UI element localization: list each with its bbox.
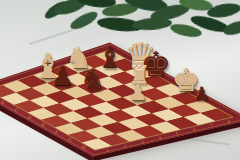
- piece-white-pawn-e6: ♟: [128, 82, 147, 104]
- piece-black-pawn-b4: ♟: [51, 64, 75, 90]
- piece-black-knight-c5: ♞: [80, 66, 105, 94]
- piece-black-pawn-g8: ♟: [193, 84, 209, 102]
- photo-scene: ABCDEFGH12345678 ♛♚♜♞♟♝♚♝♞♟♟: [0, 0, 240, 160]
